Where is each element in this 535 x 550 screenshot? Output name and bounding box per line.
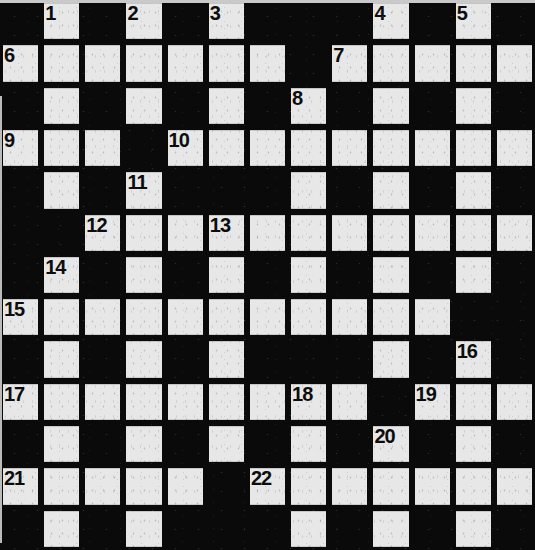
cell-r1-c3 [82,0,123,42]
cell-r4-c11[interactable] [412,127,453,169]
cell-r7-c10[interactable] [370,254,411,296]
clue-number: 20 [374,426,394,446]
cell-r7-c11 [412,254,453,296]
cell-r8-c10[interactable] [370,296,411,338]
cell-r3-c13 [494,85,535,127]
cell-r9-c5 [165,338,206,380]
cell-r9-c11 [412,338,453,380]
clue-number: 9 [4,130,14,150]
cell-r1-c2[interactable]: 1 [41,0,82,42]
clue-number: 16 [457,341,477,361]
cell-r1-c1 [0,0,41,42]
clue-number: 6 [4,45,14,65]
clue-number: 19 [416,384,436,404]
cell-r9-c7 [247,338,288,380]
cell-r10-c8[interactable]: 18 [288,381,329,423]
cell-r9-c6[interactable] [206,338,247,380]
cell-r13-c8[interactable] [288,508,329,550]
cell-r6-c9[interactable] [329,212,370,254]
cell-r9-c9 [329,338,370,380]
cell-r8-c8[interactable] [288,296,329,338]
cell-r4-c9[interactable] [329,127,370,169]
cell-r11-c1 [0,423,41,465]
clue-number: 15 [4,299,24,319]
cell-r3-c4[interactable] [123,85,164,127]
cell-r12-c4[interactable] [123,465,164,507]
cell-r6-c11[interactable] [412,212,453,254]
cell-r10-c6[interactable] [206,381,247,423]
cell-r2-c7[interactable] [247,42,288,84]
cell-r6-c4[interactable] [123,212,164,254]
cell-r12-c8[interactable] [288,465,329,507]
cell-r10-c10 [370,381,411,423]
clue-number: 22 [251,468,271,488]
cell-r11-c3 [82,423,123,465]
clue-number: 12 [86,215,106,235]
cell-r2-c12[interactable] [453,42,494,84]
clue-number: 2 [127,3,137,23]
cell-r10-c1[interactable]: 17 [0,381,41,423]
cell-r10-c11[interactable]: 19 [412,381,453,423]
cell-r9-c8 [288,338,329,380]
clue-number: 18 [292,384,312,404]
cell-r5-c1 [0,169,41,211]
cell-r7-c12[interactable] [453,254,494,296]
cell-r3-c5 [165,85,206,127]
cell-r10-c13[interactable] [494,381,535,423]
cell-r5-c11 [412,169,453,211]
cell-r13-c1 [0,508,41,550]
cell-r8-c6[interactable] [206,296,247,338]
cell-r3-c12[interactable] [453,85,494,127]
cell-r8-c2[interactable] [41,296,82,338]
cell-r2-c4[interactable] [123,42,164,84]
cell-r7-c6[interactable] [206,254,247,296]
cell-r5-c2[interactable] [41,169,82,211]
clue-number: 11 [127,172,146,192]
cell-r7-c5 [165,254,206,296]
cell-r8-c9[interactable] [329,296,370,338]
cell-r10-c5[interactable] [165,381,206,423]
cell-r13-c6 [206,508,247,550]
cell-r11-c12[interactable] [453,423,494,465]
cell-r10-c9[interactable] [329,381,370,423]
cell-r5-c5 [165,169,206,211]
cell-r2-c3[interactable] [82,42,123,84]
clue-number: 4 [374,3,384,23]
cell-r6-c6[interactable]: 13 [206,212,247,254]
cell-r9-c2[interactable] [41,338,82,380]
cell-r2-c10[interactable] [370,42,411,84]
cell-r11-c8[interactable] [288,423,329,465]
cell-r10-c12[interactable] [453,381,494,423]
cell-r6-c3[interactable]: 12 [82,212,123,254]
cell-r7-c9 [329,254,370,296]
cell-r11-c11 [412,423,453,465]
cell-r4-c5[interactable]: 10 [165,127,206,169]
cell-r5-c7 [247,169,288,211]
cell-r2-c13[interactable] [494,42,535,84]
cell-r3-c3 [82,85,123,127]
cell-r11-c6[interactable] [206,423,247,465]
cell-r1-c13 [494,0,535,42]
cell-r3-c7 [247,85,288,127]
clue-number: 3 [210,3,220,23]
cell-r8-c7[interactable] [247,296,288,338]
cell-r13-c9 [329,508,370,550]
clue-number: 1 [45,3,55,23]
cell-r3-c2[interactable] [41,85,82,127]
cell-r2-c9[interactable]: 7 [329,42,370,84]
cell-r8-c4[interactable] [123,296,164,338]
cell-r5-c4[interactable]: 11 [123,169,164,211]
cell-r11-c13 [494,423,535,465]
cell-r4-c4 [123,127,164,169]
cell-r5-c12[interactable] [453,169,494,211]
cell-r6-c5[interactable] [165,212,206,254]
scan-border-left [0,96,2,543]
cell-r5-c3 [82,169,123,211]
cell-r8-c12 [453,296,494,338]
clue-number: 14 [45,257,65,277]
cell-r9-c4[interactable] [123,338,164,380]
cell-r13-c5 [165,508,206,550]
cell-r3-c10[interactable] [370,85,411,127]
clue-number: 5 [457,3,467,23]
cell-r12-c5[interactable] [165,465,206,507]
cell-r12-c2[interactable] [41,465,82,507]
cell-r11-c2[interactable] [41,423,82,465]
cell-r13-c7 [247,508,288,550]
cell-r13-c13 [494,508,535,550]
clue-number: 10 [169,130,189,150]
cell-r12-c1[interactable]: 21 [0,465,41,507]
cell-r11-c10[interactable]: 20 [370,423,411,465]
clue-number: 17 [4,384,24,404]
clue-number: 21 [4,468,24,488]
cell-r12-c6 [206,465,247,507]
cell-r13-c4[interactable] [123,508,164,550]
cell-r2-c6[interactable] [206,42,247,84]
cell-r10-c3[interactable] [82,381,123,423]
cell-r2-c8 [288,42,329,84]
cell-r12-c9[interactable] [329,465,370,507]
cell-r13-c11 [412,508,453,550]
cell-r9-c1 [0,338,41,380]
cell-r7-c13 [494,254,535,296]
cell-r9-c13 [494,338,535,380]
cell-r10-c4[interactable] [123,381,164,423]
cell-r1-c11 [412,0,453,42]
cell-r9-c3 [82,338,123,380]
cell-r4-c3[interactable] [82,127,123,169]
cell-r12-c13[interactable] [494,465,535,507]
cell-r13-c3 [82,508,123,550]
clue-number: 8 [292,88,302,108]
cell-r1-c4[interactable]: 2 [123,0,164,42]
cell-r2-c1[interactable]: 6 [0,42,41,84]
clue-number: 13 [210,215,230,235]
cell-r5-c6 [206,169,247,211]
cell-r1-c9 [329,0,370,42]
cell-r9-c12[interactable]: 16 [453,338,494,380]
scan-border-top [0,0,535,3]
cell-r2-c5[interactable] [165,42,206,84]
cell-r4-c2[interactable] [41,127,82,169]
cell-r1-c6[interactable]: 3 [206,0,247,42]
cell-r7-c3 [82,254,123,296]
cell-r1-c8 [288,0,329,42]
cell-r11-c4[interactable] [123,423,164,465]
cell-r9-c10[interactable] [370,338,411,380]
cell-r1-c7 [247,0,288,42]
cell-r10-c7[interactable] [247,381,288,423]
cell-r4-c12[interactable] [453,127,494,169]
cell-r3-c11 [412,85,453,127]
cell-r11-c5 [165,423,206,465]
cell-r3-c1 [0,85,41,127]
cell-r8-c1[interactable]: 15 [0,296,41,338]
cell-r12-c11[interactable] [412,465,453,507]
cell-r12-c12[interactable] [453,465,494,507]
clue-number: 7 [333,45,343,65]
cell-r6-c2 [41,212,82,254]
crossword-grid: 12345678910111213141516171819202122 [0,0,535,550]
cell-r4-c8[interactable] [288,127,329,169]
cell-r5-c9 [329,169,370,211]
cell-r8-c3[interactable] [82,296,123,338]
cell-r12-c7[interactable]: 22 [247,465,288,507]
cell-r8-c13 [494,296,535,338]
cell-r1-c12[interactable]: 5 [453,0,494,42]
cell-r7-c2[interactable]: 14 [41,254,82,296]
cell-r13-c2[interactable] [41,508,82,550]
cell-r6-c7[interactable] [247,212,288,254]
cell-r1-c5 [165,0,206,42]
cell-r5-c13 [494,169,535,211]
cell-r3-c9 [329,85,370,127]
cell-r13-c10[interactable] [370,508,411,550]
cell-r7-c8[interactable] [288,254,329,296]
cell-r4-c6[interactable] [206,127,247,169]
cell-r4-c10[interactable] [370,127,411,169]
cell-r11-c7 [247,423,288,465]
cell-r2-c2[interactable] [41,42,82,84]
cell-r1-c10[interactable]: 4 [370,0,411,42]
cell-r4-c13[interactable] [494,127,535,169]
cell-r6-c13[interactable] [494,212,535,254]
cell-r7-c4[interactable] [123,254,164,296]
cell-r4-c7[interactable] [247,127,288,169]
cell-r12-c3[interactable] [82,465,123,507]
cell-r11-c9 [329,423,370,465]
cell-r7-c1 [0,254,41,296]
cell-r10-c2[interactable] [41,381,82,423]
crossword-board: 12345678910111213141516171819202122 [0,0,535,550]
cell-r3-c8[interactable]: 8 [288,85,329,127]
cell-r3-c6[interactable] [206,85,247,127]
cell-r5-c10[interactable] [370,169,411,211]
cell-r12-c10[interactable] [370,465,411,507]
cell-r2-c11[interactable] [412,42,453,84]
cell-r6-c1 [0,212,41,254]
cell-r6-c12[interactable] [453,212,494,254]
cell-r8-c5[interactable] [165,296,206,338]
cell-r6-c8[interactable] [288,212,329,254]
cell-r4-c1[interactable]: 9 [0,127,41,169]
cell-r8-c11[interactable] [412,296,453,338]
cell-r13-c12[interactable] [453,508,494,550]
cell-r5-c8[interactable] [288,169,329,211]
cell-r6-c10[interactable] [370,212,411,254]
cell-r7-c7 [247,254,288,296]
